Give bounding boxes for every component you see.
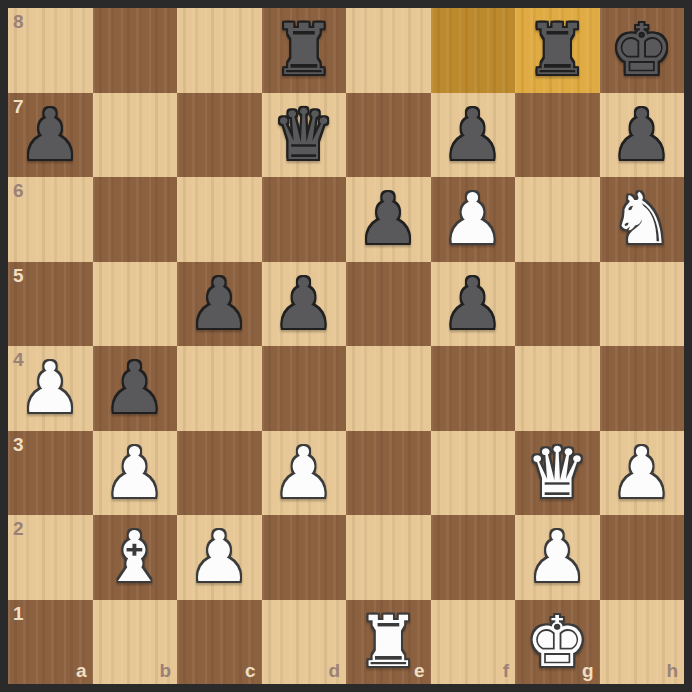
square-a6[interactable]: 6: [8, 177, 93, 262]
square-g8[interactable]: ♜: [515, 8, 600, 93]
black-pawn-icon[interactable]: ♟: [19, 93, 82, 177]
square-d1[interactable]: d: [262, 600, 347, 685]
square-g3[interactable]: ♛: [515, 431, 600, 516]
square-c8[interactable]: [177, 8, 262, 93]
square-h1[interactable]: h: [600, 600, 685, 685]
coord-file-h: h: [666, 661, 678, 680]
black-king-icon[interactable]: ♚: [610, 8, 673, 92]
coord-file-c: c: [245, 661, 256, 680]
square-b5[interactable]: [93, 262, 178, 347]
coord-file-f: f: [503, 661, 509, 680]
white-king-icon[interactable]: ♚: [526, 600, 589, 684]
white-queen-icon[interactable]: ♛: [526, 431, 589, 515]
square-c7[interactable]: [177, 93, 262, 178]
square-a4[interactable]: 4♟: [8, 346, 93, 431]
coord-file-a: a: [76, 661, 87, 680]
square-f6[interactable]: ♟: [431, 177, 516, 262]
square-f4[interactable]: [431, 346, 516, 431]
white-pawn-icon[interactable]: ♟: [526, 515, 589, 599]
square-f1[interactable]: f: [431, 600, 516, 685]
coord-rank-2: 2: [13, 519, 24, 538]
square-h6[interactable]: ♞: [600, 177, 685, 262]
square-d3[interactable]: ♟: [262, 431, 347, 516]
black-pawn-icon[interactable]: ♟: [441, 262, 504, 346]
coord-file-d: d: [328, 661, 340, 680]
coord-rank-3: 3: [13, 435, 24, 454]
square-g1[interactable]: g♚: [515, 600, 600, 685]
coord-rank-1: 1: [13, 604, 24, 623]
white-knight-icon[interactable]: ♞: [610, 177, 673, 261]
square-h8[interactable]: ♚: [600, 8, 685, 93]
black-pawn-icon[interactable]: ♟: [610, 93, 673, 177]
square-g5[interactable]: [515, 262, 600, 347]
square-b3[interactable]: ♟: [93, 431, 178, 516]
square-e4[interactable]: [346, 346, 431, 431]
white-pawn-icon[interactable]: ♟: [19, 346, 82, 430]
square-d7[interactable]: ♛: [262, 93, 347, 178]
square-g2[interactable]: ♟: [515, 515, 600, 600]
black-rook-icon[interactable]: ♜: [526, 8, 589, 92]
square-a1[interactable]: 1a: [8, 600, 93, 685]
white-pawn-icon[interactable]: ♟: [441, 177, 504, 261]
square-a7[interactable]: 7♟: [8, 93, 93, 178]
square-e2[interactable]: [346, 515, 431, 600]
white-bishop-icon[interactable]: ♝: [103, 515, 166, 599]
white-pawn-icon[interactable]: ♟: [610, 431, 673, 515]
white-rook-icon[interactable]: ♜: [357, 600, 420, 684]
square-f3[interactable]: [431, 431, 516, 516]
chess-board-frame: 8♜♜♚7♟♛♟♟6♟♟♞5♟♟♟4♟♟3♟♟♛♟2♝♟♟1abcde♜fg♚h: [0, 0, 692, 692]
white-pawn-icon[interactable]: ♟: [103, 431, 166, 515]
square-b1[interactable]: b: [93, 600, 178, 685]
square-b8[interactable]: [93, 8, 178, 93]
square-h3[interactable]: ♟: [600, 431, 685, 516]
square-c4[interactable]: [177, 346, 262, 431]
square-e1[interactable]: e♜: [346, 600, 431, 685]
square-h2[interactable]: [600, 515, 685, 600]
square-c3[interactable]: [177, 431, 262, 516]
black-rook-icon[interactable]: ♜: [272, 8, 335, 92]
square-e8[interactable]: [346, 8, 431, 93]
square-h7[interactable]: ♟: [600, 93, 685, 178]
square-f7[interactable]: ♟: [431, 93, 516, 178]
square-c5[interactable]: ♟: [177, 262, 262, 347]
square-g7[interactable]: [515, 93, 600, 178]
square-d5[interactable]: ♟: [262, 262, 347, 347]
square-c1[interactable]: c: [177, 600, 262, 685]
square-d6[interactable]: [262, 177, 347, 262]
coord-rank-8: 8: [13, 12, 24, 31]
square-h5[interactable]: [600, 262, 685, 347]
white-pawn-icon[interactable]: ♟: [188, 515, 251, 599]
square-d4[interactable]: [262, 346, 347, 431]
square-f8[interactable]: [431, 8, 516, 93]
square-f2[interactable]: [431, 515, 516, 600]
square-e3[interactable]: [346, 431, 431, 516]
square-b4[interactable]: ♟: [93, 346, 178, 431]
square-h4[interactable]: [600, 346, 685, 431]
square-b7[interactable]: [93, 93, 178, 178]
square-f5[interactable]: ♟: [431, 262, 516, 347]
square-e5[interactable]: [346, 262, 431, 347]
square-a3[interactable]: 3: [8, 431, 93, 516]
black-pawn-icon[interactable]: ♟: [441, 93, 504, 177]
square-g4[interactable]: [515, 346, 600, 431]
coord-rank-5: 5: [13, 266, 24, 285]
square-b6[interactable]: [93, 177, 178, 262]
black-pawn-icon[interactable]: ♟: [357, 177, 420, 261]
white-pawn-icon[interactable]: ♟: [272, 431, 335, 515]
chess-board: 8♜♜♚7♟♛♟♟6♟♟♞5♟♟♟4♟♟3♟♟♛♟2♝♟♟1abcde♜fg♚h: [8, 8, 684, 684]
black-pawn-icon[interactable]: ♟: [188, 262, 251, 346]
square-e6[interactable]: ♟: [346, 177, 431, 262]
black-queen-icon[interactable]: ♛: [272, 93, 335, 177]
square-c2[interactable]: ♟: [177, 515, 262, 600]
black-pawn-icon[interactable]: ♟: [103, 346, 166, 430]
square-a8[interactable]: 8: [8, 8, 93, 93]
square-b2[interactable]: ♝: [93, 515, 178, 600]
square-d8[interactable]: ♜: [262, 8, 347, 93]
square-a2[interactable]: 2: [8, 515, 93, 600]
square-d2[interactable]: [262, 515, 347, 600]
black-pawn-icon[interactable]: ♟: [272, 262, 335, 346]
square-g6[interactable]: [515, 177, 600, 262]
coord-file-b: b: [159, 661, 171, 680]
square-e7[interactable]: [346, 93, 431, 178]
square-c6[interactable]: [177, 177, 262, 262]
square-a5[interactable]: 5: [8, 262, 93, 347]
coord-rank-6: 6: [13, 181, 24, 200]
